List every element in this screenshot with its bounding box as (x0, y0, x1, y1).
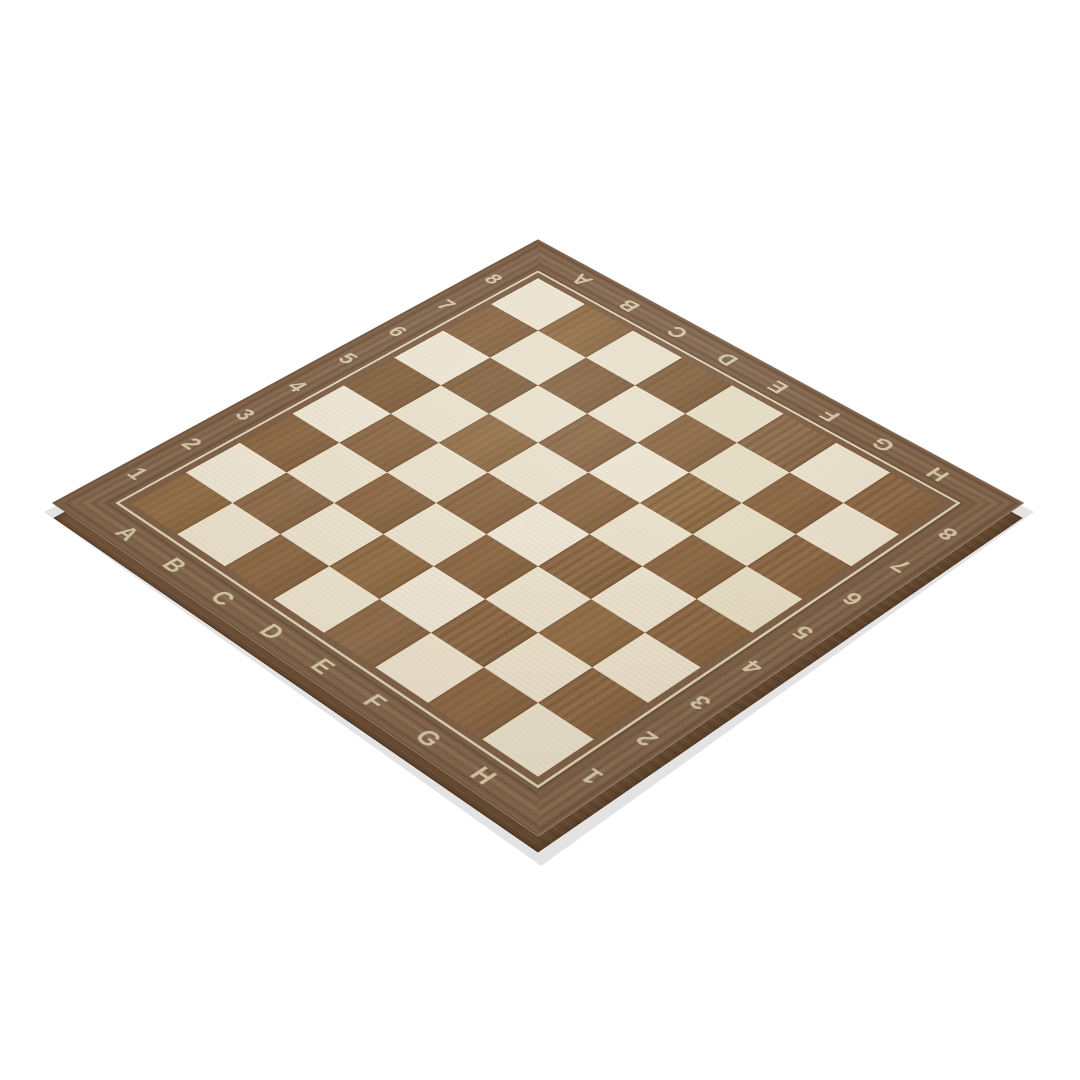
playing-field (131, 278, 946, 776)
perspective-stage: AABBCCDDEEFFGGHH1122334455667788 (0, 0, 1080, 1080)
product-photo-page: AABBCCDDEEFFGGHH1122334455667788 (0, 0, 1080, 1080)
chess-board[interactable]: AABBCCDDEEFFGGHH1122334455667788 (52, 239, 1025, 837)
